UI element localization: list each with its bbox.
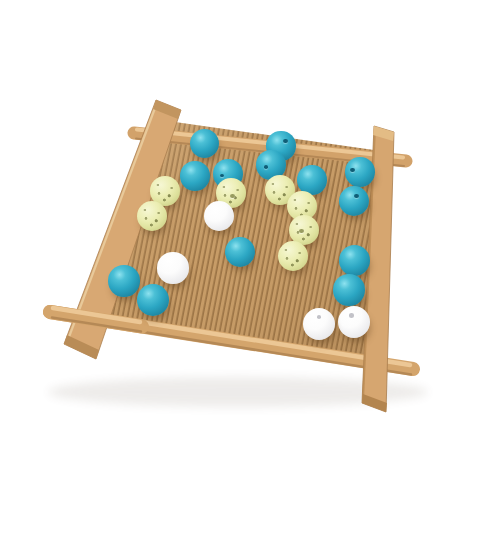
bead-tray-photo [0,0,502,551]
bead-hole [299,229,304,233]
bead-white[interactable] [303,308,335,340]
bead-yellow[interactable] [278,241,309,272]
bead-hole [220,174,224,178]
bead-yellow[interactable] [137,201,167,231]
bead-hole [317,315,322,319]
bead-hole [349,313,354,317]
bead-teal[interactable] [345,157,374,186]
bead-teal[interactable] [137,284,169,316]
bead-teal[interactable] [225,237,256,268]
bead-white[interactable] [338,306,370,338]
bead-teal[interactable] [190,129,219,158]
bead-teal[interactable] [180,161,210,191]
bead-teal[interactable] [108,265,139,296]
bead-teal[interactable] [339,245,370,276]
bead-hole [264,165,268,169]
bead-hole [350,168,354,172]
bead-white[interactable] [204,201,234,231]
bead-white[interactable] [157,252,188,283]
bead-hole [230,194,234,198]
bead-layer [0,0,502,551]
bead-hole [354,194,358,198]
bead-teal[interactable] [339,186,369,216]
bead-hole [283,139,287,143]
bead-teal[interactable] [333,274,364,305]
